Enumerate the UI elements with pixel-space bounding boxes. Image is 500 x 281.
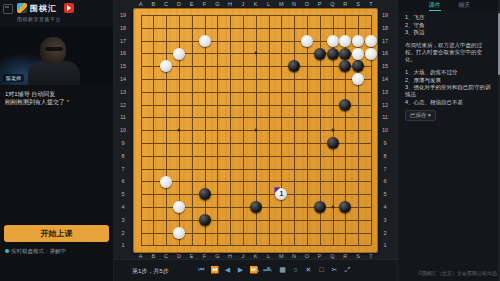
row-label-left: 15 bbox=[120, 63, 126, 69]
lesson-list-item: 3、强化对手的应对和自己防守的训练法 bbox=[405, 84, 491, 98]
black-stone-S15[interactable] bbox=[352, 60, 364, 72]
col-label-top: L bbox=[267, 1, 270, 7]
mode-status-dot bbox=[5, 249, 9, 253]
row-label-left: 10 bbox=[120, 127, 126, 133]
stones-layer[interactable]: 1 bbox=[134, 9, 377, 252]
black-stone-Q9[interactable] bbox=[327, 137, 339, 149]
teacher-silhouette-head bbox=[40, 37, 66, 65]
row-label-left: 9 bbox=[121, 140, 124, 146]
row-label-left: 4 bbox=[121, 204, 124, 210]
white-stone-M5[interactable]: 1 bbox=[275, 188, 287, 200]
row-label-right: 15 bbox=[382, 63, 388, 69]
col-label-top: J bbox=[242, 1, 245, 7]
white-stone-C6[interactable] bbox=[160, 176, 172, 188]
col-label-top: H bbox=[228, 1, 232, 7]
row-label-right: 10 bbox=[382, 127, 388, 133]
row-label-right: 19 bbox=[382, 12, 388, 18]
notification-line-1: 1对1辅导 自动回复 bbox=[5, 90, 109, 98]
col-label-top: E bbox=[190, 1, 194, 7]
row-label-right: 14 bbox=[382, 76, 388, 82]
start-class-button[interactable]: 开始上课 bbox=[4, 225, 109, 242]
next-move-icon[interactable]: ▶ bbox=[236, 264, 245, 276]
move-counter: 第1步，共5步 bbox=[132, 267, 169, 276]
black-stone-Q16[interactable] bbox=[327, 48, 339, 60]
black-stone-N15[interactable] bbox=[288, 60, 300, 72]
lesson-points-list: 1、大场、勿贪不过分2、厚薄与发展3、强化对手的应对和自己防守的训练法4、心态、… bbox=[405, 69, 491, 106]
white-stone-S17[interactable] bbox=[352, 35, 364, 47]
board-mode-status: 实时棋盘模式：讲解中 bbox=[5, 248, 66, 255]
go-board[interactable]: 1 bbox=[133, 8, 378, 253]
col-label-top: G bbox=[215, 1, 219, 7]
lesson-list-item: 1、飞压 bbox=[405, 14, 491, 21]
row-label-left: 7 bbox=[121, 166, 124, 172]
app-header: 围棋汇 围棋教学直播平台 bbox=[0, 0, 113, 27]
row-label-left: 11 bbox=[120, 114, 126, 120]
row-label-right: 17 bbox=[382, 38, 388, 44]
col-label-top: T bbox=[369, 1, 372, 7]
black-stone-R16[interactable] bbox=[339, 48, 351, 60]
notification-star: * bbox=[67, 99, 69, 105]
white-stone-D16[interactable] bbox=[173, 48, 185, 60]
lesson-panel: 课件聊天 1、飞压2、守角3、拆边 布局结束后，双方进入中盘的过程。打入时要会取… bbox=[397, 0, 500, 281]
circle-tool-icon[interactable]: ○ bbox=[291, 264, 300, 276]
col-label-top: A bbox=[139, 1, 143, 7]
white-stone-S14[interactable] bbox=[352, 73, 364, 85]
black-stone-R12[interactable] bbox=[339, 99, 351, 111]
lesson-list-item: 2、守角 bbox=[405, 22, 491, 29]
white-stone-Q17[interactable] bbox=[327, 35, 339, 47]
lesson-content: 1、飞压2、守角3、拆边 布局结束后，双方进入中盘的过程。打入时要会取舍实空中的… bbox=[405, 14, 491, 106]
lesson-list-item: 1、大场、勿贪不过分 bbox=[405, 69, 491, 76]
row-label-left: 2 bbox=[121, 230, 124, 236]
cut-tool-icon[interactable]: ✂ bbox=[330, 264, 339, 276]
row-label-right: 4 bbox=[383, 204, 386, 210]
cross-tool-icon[interactable]: ✕ bbox=[304, 264, 313, 276]
lesson-list-item: 2、厚薄与发展 bbox=[405, 77, 491, 84]
pen-tool-icon[interactable]: ✎ bbox=[265, 264, 274, 276]
row-label-right: 7 bbox=[383, 166, 386, 172]
black-stone-F3[interactable] bbox=[199, 214, 211, 226]
col-label-top: D bbox=[177, 1, 181, 7]
label-tool-icon[interactable]: A bbox=[252, 264, 261, 276]
teacher-webcam-video[interactable]: 陈老师 bbox=[0, 27, 113, 85]
lesson-panel-tabs: 课件聊天 bbox=[398, 0, 500, 11]
white-stone-O17[interactable] bbox=[301, 35, 313, 47]
live-play-icon bbox=[64, 3, 74, 13]
prev-move-icon[interactable]: ◀ bbox=[223, 264, 232, 276]
left-panel: 围棋汇 围棋教学直播平台 陈老师 1对1辅导 自动回复 刚刚检测到有人提交了 *… bbox=[0, 0, 114, 281]
notification-text: 1对1辅导 自动回复 刚刚检测到有人提交了 * bbox=[5, 90, 109, 106]
row-label-left: 1 bbox=[121, 242, 124, 248]
col-label-top: N bbox=[292, 1, 296, 7]
chart-tool-icon[interactable]: ▦ bbox=[278, 264, 287, 276]
row-label-left: 3 bbox=[121, 217, 124, 223]
row-label-left: 18 bbox=[120, 25, 126, 31]
app-logo-text: 围棋汇 bbox=[30, 3, 57, 14]
first-move-icon[interactable]: ⏮ bbox=[197, 264, 206, 276]
row-label-left: 17 bbox=[120, 38, 126, 44]
row-label-left: 19 bbox=[120, 12, 126, 18]
white-stone-D2[interactable] bbox=[173, 227, 185, 239]
white-stone-D4[interactable] bbox=[173, 201, 185, 213]
col-label-top: S bbox=[356, 1, 360, 7]
col-label-top: Q bbox=[330, 1, 334, 7]
tab-课件[interactable]: 课件 bbox=[429, 1, 441, 11]
col-label-top: R bbox=[343, 1, 347, 7]
col-label-top: O bbox=[305, 1, 309, 7]
col-label-top: B bbox=[151, 1, 155, 7]
tab-聊天[interactable]: 聊天 bbox=[459, 1, 471, 10]
row-label-right: 18 bbox=[382, 25, 388, 31]
app-logo-icon bbox=[17, 3, 27, 13]
row-label-right: 6 bbox=[383, 178, 386, 184]
black-stone-P4[interactable] bbox=[314, 201, 326, 213]
row-label-right: 8 bbox=[383, 153, 386, 159]
white-stone-T16[interactable] bbox=[365, 48, 377, 60]
teacher-glasses bbox=[45, 47, 63, 51]
row-label-left: 12 bbox=[120, 102, 126, 108]
row-label-right: 12 bbox=[382, 102, 388, 108]
notification-line-2: 刚刚检测到有人提交了 * bbox=[5, 98, 109, 106]
col-label-top: F bbox=[203, 1, 206, 7]
app-logo-subtitle: 围棋教学直播平台 bbox=[17, 16, 61, 22]
col-label-top: M bbox=[279, 1, 284, 7]
black-stone-F5[interactable] bbox=[199, 188, 211, 200]
row-label-right: 3 bbox=[383, 217, 386, 223]
row-label-left: 8 bbox=[121, 153, 124, 159]
row-label-left: 6 bbox=[121, 178, 124, 184]
lesson-list-item: 3、拆边 bbox=[405, 29, 491, 36]
window-menu-icon[interactable] bbox=[3, 4, 13, 14]
row-label-right: 9 bbox=[383, 140, 386, 146]
row-label-right: 16 bbox=[382, 50, 388, 56]
black-stone-K4[interactable] bbox=[250, 201, 262, 213]
lesson-paragraph: 布局结束后，双方进入中盘的过程。打入时要会取舍实空中的变化。 bbox=[405, 42, 491, 63]
col-label-top: P bbox=[318, 1, 322, 7]
white-stone-R17[interactable] bbox=[339, 35, 351, 47]
row-label-left: 13 bbox=[120, 89, 126, 95]
black-stone-R15[interactable] bbox=[339, 60, 351, 72]
col-label-top: K bbox=[254, 1, 258, 7]
lesson-list-item: 4、心态、相信自己不差 bbox=[405, 99, 491, 106]
white-stone-C15[interactable] bbox=[160, 60, 172, 72]
black-stone-R4[interactable] bbox=[339, 201, 351, 213]
row-label-right: 13 bbox=[382, 89, 388, 95]
row-label-right: 11 bbox=[382, 114, 388, 120]
bottom-toolbar: 第1步，共5步 ⏮⏪◀▶⏩⏭ A✎▦○✕□✂⤢ bbox=[114, 259, 397, 281]
row-label-left: 16 bbox=[120, 50, 126, 56]
row-label-left: 5 bbox=[121, 191, 124, 197]
lesson-outline-list: 1、飞压2、守角3、拆边 bbox=[405, 14, 491, 36]
teacher-name-tag: 陈老师 bbox=[3, 74, 24, 82]
saved-dropdown-button[interactable]: 已保存 ▾ bbox=[405, 110, 436, 121]
white-stone-T17[interactable] bbox=[365, 35, 377, 47]
move-number-label: 1 bbox=[275, 188, 287, 200]
white-stone-F17[interactable] bbox=[199, 35, 211, 47]
square-tool-icon[interactable]: □ bbox=[317, 264, 326, 276]
row-label-right: 2 bbox=[383, 230, 386, 236]
col-label-top: C bbox=[164, 1, 168, 7]
row-label-right: 5 bbox=[383, 191, 386, 197]
white-stone-S16[interactable] bbox=[352, 48, 364, 60]
fullscreen-tool-icon[interactable]: ⤢ bbox=[343, 264, 352, 276]
copyright-text: ©围棋汇（北京）文化有限公司出品 bbox=[398, 270, 497, 276]
row-label-right: 1 bbox=[383, 242, 386, 248]
prev-fast-icon[interactable]: ⏪ bbox=[210, 264, 219, 276]
black-stone-P16[interactable] bbox=[314, 48, 326, 60]
row-label-left: 14 bbox=[120, 76, 126, 82]
annotation-tools: A✎▦○✕□✂⤢ bbox=[252, 264, 352, 276]
